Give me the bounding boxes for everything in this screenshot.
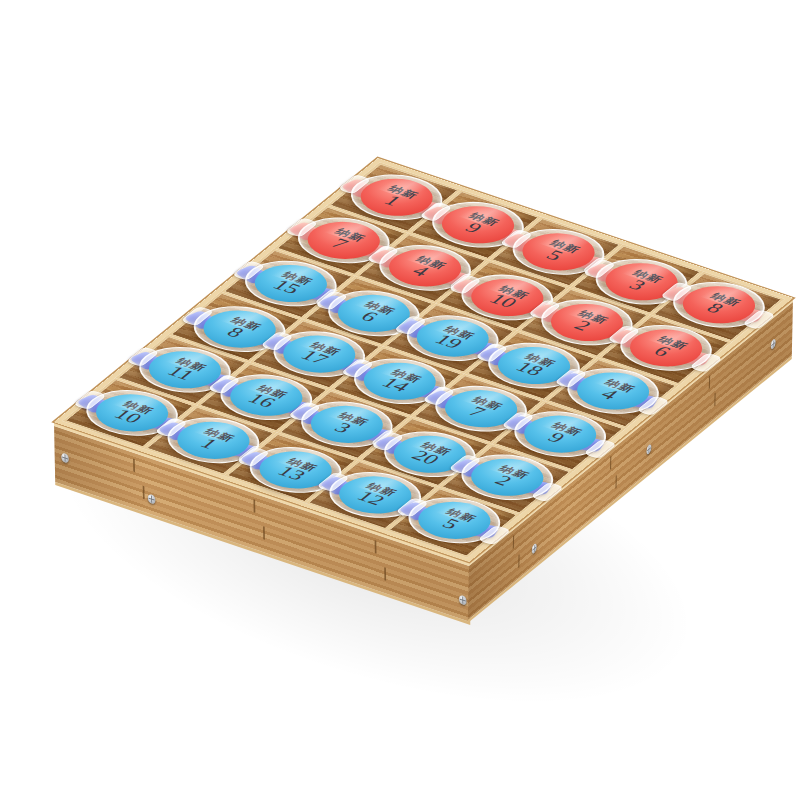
joint-slot: [375, 540, 377, 554]
token-number: 3: [625, 278, 649, 293]
token-number: 8: [703, 301, 727, 316]
joint-slot: [714, 392, 715, 406]
token-number: 7: [465, 405, 489, 420]
screw-icon: [646, 443, 651, 456]
token-number: 12: [354, 489, 389, 507]
joint-slot: [518, 554, 519, 568]
token-number: 9: [544, 430, 568, 445]
token-number: 11: [164, 364, 198, 382]
token-number: 6: [650, 344, 674, 359]
token-number: 15: [269, 278, 304, 296]
token-number: 3: [331, 420, 355, 435]
token-number: 18: [512, 360, 547, 378]
token-number: 14: [378, 375, 413, 393]
screw-icon: [148, 493, 156, 505]
token-number: 6: [357, 309, 381, 324]
product-photo-stage: 纳新1纳新9纳新5纳新3纳新8纳新7纳新4纳新10纳新2纳新6纳新15纳新6纳新…: [0, 0, 800, 800]
token-number: 19: [431, 332, 466, 350]
joint-slot: [263, 526, 265, 540]
joint-slot: [610, 456, 611, 470]
token-number: 5: [439, 516, 463, 531]
token-number: 1: [380, 193, 404, 208]
token-number: 2: [491, 473, 515, 488]
token-number: 5: [543, 248, 567, 263]
joint-slot: [253, 499, 255, 513]
token-number: 20: [408, 448, 443, 466]
joint-slot: [133, 459, 135, 473]
screw-icon: [532, 542, 537, 555]
token-number: 10: [486, 292, 521, 310]
joint-slot: [513, 535, 514, 549]
joint-slot: [143, 486, 145, 500]
screw-icon: [459, 594, 467, 606]
token-number: 4: [597, 387, 621, 402]
token-number: 9: [461, 221, 485, 236]
screw-icon: [61, 452, 69, 464]
token-number: 17: [297, 348, 332, 366]
joint-slot: [615, 475, 616, 489]
token-number: 10: [111, 407, 146, 425]
token-number: 1: [197, 436, 221, 451]
joint-slot: [384, 567, 386, 581]
token-number: 7: [328, 236, 352, 251]
joint-slot: [709, 375, 710, 389]
token-number: 4: [409, 264, 433, 279]
screw-icon: [771, 338, 776, 351]
token-number: 8: [223, 325, 247, 340]
token-number: 2: [571, 318, 595, 333]
token-number: 13: [274, 464, 309, 482]
token-number: 16: [244, 391, 279, 409]
